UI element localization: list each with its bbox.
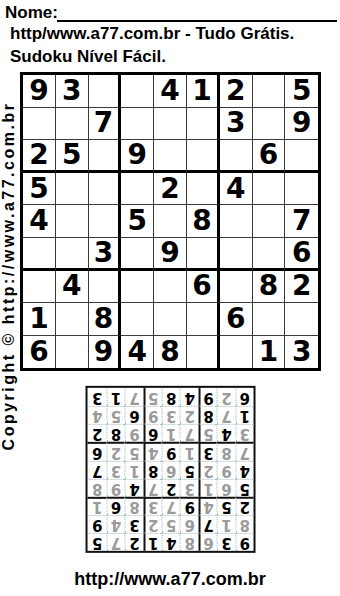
solution-cell-r1c4: 8 xyxy=(180,533,198,551)
puzzle-cell-r3c4: 9 xyxy=(121,140,154,173)
puzzle-cell-r4c4[interactable] xyxy=(121,173,154,206)
solution-cell-r9c5: 8 xyxy=(162,388,180,406)
solution-cell-r2c9: 9 xyxy=(88,515,106,533)
puzzle-cell-r5c6: 8 xyxy=(187,205,220,238)
solution-cell-r8c6: 9 xyxy=(143,406,161,424)
sudoku-puzzle-grid: 934125739259652445873964682186694813 xyxy=(20,72,321,371)
solution-cell-r1c9: 5 xyxy=(88,533,106,551)
solution-cell-r4c6: 7 xyxy=(143,478,161,496)
solution-cell-r3c7: 8 xyxy=(125,497,143,515)
solution-cell-r2c6: 2 xyxy=(143,515,161,533)
solution-cell-r3c5: 7 xyxy=(162,497,180,515)
puzzle-cell-r4c1: 5 xyxy=(23,173,56,206)
puzzle-cell-r3c2: 5 xyxy=(56,140,89,173)
solution-cell-r8c3: 8 xyxy=(198,406,216,424)
puzzle-cell-r6c8[interactable] xyxy=(253,238,286,271)
solution-cell-r7c8: 8 xyxy=(106,424,124,442)
solution-cell-r3c8: 6 xyxy=(106,497,124,515)
solution-cell-r5c3: 2 xyxy=(198,460,216,478)
solution-cell-r8c5: 3 xyxy=(162,406,180,424)
solution-cell-r7c6: 6 xyxy=(143,424,161,442)
solution-cell-r2c8: 4 xyxy=(106,515,124,533)
puzzle-cell-r4c8[interactable] xyxy=(253,173,286,206)
solution-cell-r9c3: 9 xyxy=(198,388,216,406)
puzzle-cell-r9c9: 3 xyxy=(285,336,318,369)
solution-cell-r6c8: 2 xyxy=(106,442,124,460)
solution-cell-r5c1: 4 xyxy=(235,460,253,478)
puzzle-cell-r9c2[interactable] xyxy=(56,336,89,369)
solution-cell-r9c4: 4 xyxy=(180,388,198,406)
puzzle-cell-r7c8: 8 xyxy=(253,271,286,304)
solution-cell-r2c7: 3 xyxy=(125,515,143,533)
solution-cell-r7c7: 9 xyxy=(125,424,143,442)
solution-cell-r5c4: 5 xyxy=(180,460,198,478)
puzzle-cell-r2c3: 7 xyxy=(89,108,122,141)
solution-cell-r2c1: 8 xyxy=(235,515,253,533)
solution-cell-r7c4: 7 xyxy=(180,424,198,442)
puzzle-cell-r1c4[interactable] xyxy=(121,75,154,108)
solution-cell-r7c2: 4 xyxy=(217,424,235,442)
puzzle-cell-r6c3: 3 xyxy=(89,238,122,271)
puzzle-cell-r7c9: 2 xyxy=(285,271,318,304)
puzzle-cell-r5c9: 7 xyxy=(285,205,318,238)
solution-cell-r4c7: 4 xyxy=(125,478,143,496)
solution-cell-r1c1: 9 xyxy=(235,533,253,551)
solution-cell-r5c9: 7 xyxy=(88,460,106,478)
solution-cell-r9c1: 6 xyxy=(235,388,253,406)
solution-cell-r5c2: 9 xyxy=(217,460,235,478)
solution-cell-r5c7: 1 xyxy=(125,460,143,478)
solution-cell-r4c5: 2 xyxy=(162,478,180,496)
puzzle-cell-r3c6[interactable] xyxy=(187,140,220,173)
puzzle-cell-r1c9: 5 xyxy=(285,75,318,108)
solution-cell-r9c7: 7 xyxy=(125,388,143,406)
puzzle-cell-r4c5: 2 xyxy=(154,173,187,206)
footer-url: http://www.a77.com.br xyxy=(0,569,340,590)
puzzle-cell-r1c1: 9 xyxy=(23,75,56,108)
puzzle-cell-r3c5[interactable] xyxy=(154,140,187,173)
solution-cell-r8c1: 1 xyxy=(235,406,253,424)
solution-cell-r8c9: 4 xyxy=(88,406,106,424)
solution-cell-r6c1: 7 xyxy=(235,442,253,460)
puzzle-cell-r7c6: 6 xyxy=(187,271,220,304)
puzzle-cell-r4c7: 4 xyxy=(220,173,253,206)
puzzle-cell-r7c2: 4 xyxy=(56,271,89,304)
solution-cell-r6c4: 1 xyxy=(180,442,198,460)
puzzle-cell-r2c1[interactable] xyxy=(23,108,56,141)
puzzle-cell-r1c5: 4 xyxy=(154,75,187,108)
puzzle-cell-r7c5[interactable] xyxy=(154,271,187,304)
puzzle-cell-r9c3: 9 xyxy=(89,336,122,369)
solution-cell-r1c2: 3 xyxy=(217,533,235,551)
puzzle-cell-r3c1: 2 xyxy=(23,140,56,173)
solution-cell-r4c4: 3 xyxy=(180,478,198,496)
solution-cell-r5c8: 3 xyxy=(106,460,124,478)
solution-cell-r6c9: 6 xyxy=(88,442,106,460)
puzzle-cell-r3c3[interactable] xyxy=(89,140,122,173)
puzzle-cell-r6c5: 9 xyxy=(154,238,187,271)
puzzle-cell-r8c9[interactable] xyxy=(285,303,318,336)
puzzle-cell-r4c3[interactable] xyxy=(89,173,122,206)
solution-cell-r5c6: 8 xyxy=(143,460,161,478)
puzzle-cell-r9c6[interactable] xyxy=(187,336,220,369)
puzzle-cell-r1c2: 3 xyxy=(56,75,89,108)
puzzle-cell-r8c2[interactable] xyxy=(56,303,89,336)
solution-cell-r8c7: 6 xyxy=(125,406,143,424)
puzzle-cell-r4c6[interactable] xyxy=(187,173,220,206)
solution-cell-r2c5: 5 xyxy=(162,515,180,533)
puzzle-cell-r5c2[interactable] xyxy=(56,205,89,238)
solution-cell-r7c1: 3 xyxy=(235,424,253,442)
solution-cell-r1c6: 1 xyxy=(143,533,161,551)
puzzle-cell-r5c8[interactable] xyxy=(253,205,286,238)
puzzle-cell-r7c1[interactable] xyxy=(23,271,56,304)
puzzle-cell-r8c3: 8 xyxy=(89,303,122,336)
puzzle-cell-r1c6: 1 xyxy=(187,75,220,108)
solution-cell-r8c2: 7 xyxy=(217,406,235,424)
puzzle-cell-r1c3[interactable] xyxy=(89,75,122,108)
puzzle-cell-r5c5[interactable] xyxy=(154,205,187,238)
puzzle-cell-r9c7[interactable] xyxy=(220,336,253,369)
sudoku-solution-grid-upside-down: 9368412758176523492549738615613274984925… xyxy=(86,386,256,553)
solution-cell-r6c7: 5 xyxy=(125,442,143,460)
puzzle-cell-r8c1: 1 xyxy=(23,303,56,336)
puzzle-cell-r3c7[interactable] xyxy=(220,140,253,173)
puzzle-cell-r8c6[interactable] xyxy=(187,303,220,336)
solution-cell-r1c3: 6 xyxy=(198,533,216,551)
puzzle-cell-r2c8[interactable] xyxy=(253,108,286,141)
solution-cell-r6c3: 3 xyxy=(198,442,216,460)
solution-cell-r2c2: 1 xyxy=(217,515,235,533)
solution-cell-r4c2: 6 xyxy=(217,478,235,496)
solution-cell-r2c3: 7 xyxy=(198,515,216,533)
solution-cell-r4c1: 5 xyxy=(235,478,253,496)
solution-cell-r9c9: 3 xyxy=(88,388,106,406)
solution-cell-r3c4: 9 xyxy=(180,497,198,515)
puzzle-cell-r5c4: 5 xyxy=(121,205,154,238)
puzzle-level-title: Sudoku Nível Fácil. xyxy=(10,47,166,67)
solution-cell-r6c2: 8 xyxy=(217,442,235,460)
puzzle-cell-r2c4[interactable] xyxy=(121,108,154,141)
puzzle-cell-r9c4: 4 xyxy=(121,336,154,369)
puzzle-cell-r2c5[interactable] xyxy=(154,108,187,141)
solution-cell-r9c8: 1 xyxy=(106,388,124,406)
solution-cell-r3c1: 2 xyxy=(235,497,253,515)
solution-cell-r1c5: 4 xyxy=(162,533,180,551)
solution-cell-r1c8: 7 xyxy=(106,533,124,551)
solution-cell-r7c9: 2 xyxy=(88,424,106,442)
puzzle-cell-r7c7[interactable] xyxy=(220,271,253,304)
solution-cell-r3c6: 3 xyxy=(143,497,161,515)
puzzle-cell-r8c4[interactable] xyxy=(121,303,154,336)
solution-cell-r4c8: 9 xyxy=(106,478,124,496)
puzzle-cell-r5c7[interactable] xyxy=(220,205,253,238)
puzzle-cell-r2c9: 9 xyxy=(285,108,318,141)
puzzle-cell-r4c9[interactable] xyxy=(285,173,318,206)
solution-cell-r8c4: 2 xyxy=(180,406,198,424)
solution-cell-r3c9: 1 xyxy=(88,497,106,515)
solution-cell-r4c3: 1 xyxy=(198,478,216,496)
solution-cell-r7c3: 5 xyxy=(198,424,216,442)
solution-cell-r6c6: 4 xyxy=(143,442,161,460)
puzzle-cell-r9c5: 8 xyxy=(154,336,187,369)
puzzle-cell-r6c1[interactable] xyxy=(23,238,56,271)
solution-cell-r1c7: 2 xyxy=(125,533,143,551)
puzzle-cell-r6c7[interactable] xyxy=(220,238,253,271)
puzzle-cell-r3c8: 6 xyxy=(253,140,286,173)
solution-cell-r8c8: 5 xyxy=(106,406,124,424)
puzzle-cell-r7c3[interactable] xyxy=(89,271,122,304)
solution-cell-r2c4: 6 xyxy=(180,515,198,533)
copyright-vertical-text: Copyright © http://www.a77.com.br xyxy=(0,81,20,471)
puzzle-cell-r3c9[interactable] xyxy=(285,140,318,173)
puzzle-cell-r5c3[interactable] xyxy=(89,205,122,238)
name-label: Nome: xyxy=(5,3,58,23)
puzzle-cell-r1c8[interactable] xyxy=(253,75,286,108)
site-title: http/www.a77.com.br - Tudo Grátis. xyxy=(10,24,294,44)
puzzle-cell-r8c7: 6 xyxy=(220,303,253,336)
solution-cell-r4c9: 8 xyxy=(88,478,106,496)
puzzle-cell-r5c1: 4 xyxy=(23,205,56,238)
puzzle-cell-r9c1: 6 xyxy=(23,336,56,369)
puzzle-cell-r6c2[interactable] xyxy=(56,238,89,271)
puzzle-cell-r6c4[interactable] xyxy=(121,238,154,271)
solution-cell-r3c3: 4 xyxy=(198,497,216,515)
puzzle-cell-r2c6[interactable] xyxy=(187,108,220,141)
solution-cell-r3c2: 5 xyxy=(217,497,235,515)
solution-cell-r7c5: 1 xyxy=(162,424,180,442)
puzzle-cell-r6c6[interactable] xyxy=(187,238,220,271)
solution-cell-r5c5: 6 xyxy=(162,460,180,478)
puzzle-cell-r9c8: 1 xyxy=(253,336,286,369)
solution-cell-r9c6: 5 xyxy=(143,388,161,406)
puzzle-cell-r4c2[interactable] xyxy=(56,173,89,206)
puzzle-cell-r7c4[interactable] xyxy=(121,271,154,304)
puzzle-cell-r2c2[interactable] xyxy=(56,108,89,141)
solution-cell-r6c5: 9 xyxy=(162,442,180,460)
puzzle-cell-r6c9: 6 xyxy=(285,238,318,271)
name-fill-line[interactable] xyxy=(57,2,337,22)
puzzle-cell-r1c7: 2 xyxy=(220,75,253,108)
puzzle-cell-r8c8[interactable] xyxy=(253,303,286,336)
puzzle-cell-r8c5[interactable] xyxy=(154,303,187,336)
puzzle-cell-r2c7: 3 xyxy=(220,108,253,141)
solution-cell-r9c2: 2 xyxy=(217,388,235,406)
